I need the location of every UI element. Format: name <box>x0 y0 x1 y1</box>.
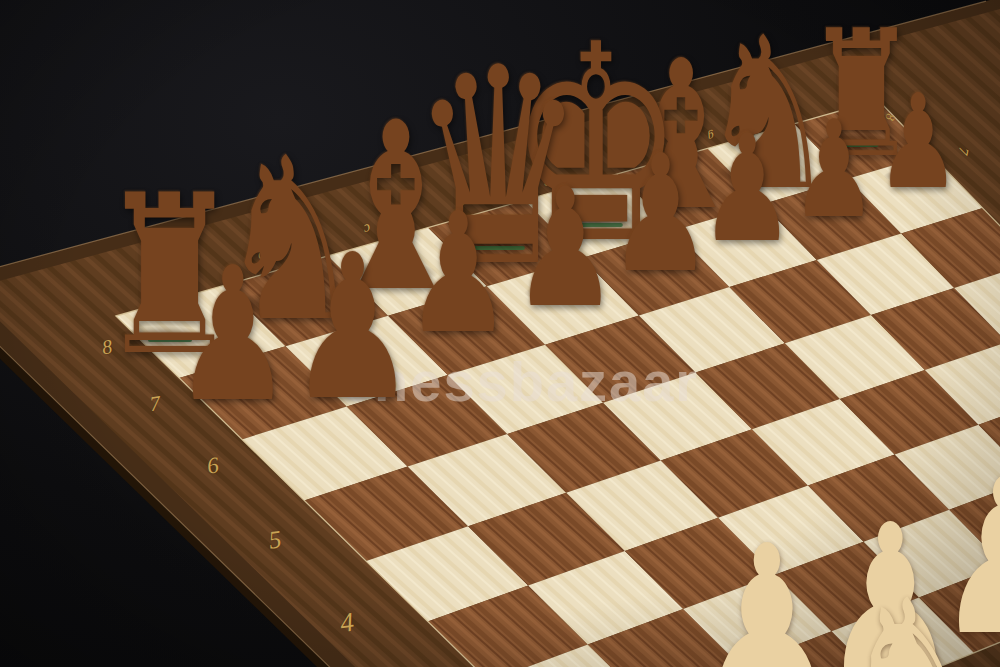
pawn-glyph: ♟ <box>513 167 619 331</box>
pawn-glyph: ♟ <box>288 228 417 428</box>
product-photo-stage: chessbazaar 8765487bcdefg ♜♞♟♝♟♚♟♛♟♝♟♞♟♜… <box>0 0 1000 667</box>
pawn-glyph: ♟ <box>876 77 960 207</box>
pawn-glyph: ♟ <box>693 516 841 667</box>
pawn-glyph: ♟ <box>404 191 511 357</box>
knight-glyph: ♞ <box>836 569 988 667</box>
pawn-glyph: ♟ <box>791 103 878 237</box>
pawn-glyph: ♟ <box>699 115 795 263</box>
pawn-glyph: ♟ <box>609 133 714 295</box>
pawn-glyph: ♟ <box>173 243 292 428</box>
